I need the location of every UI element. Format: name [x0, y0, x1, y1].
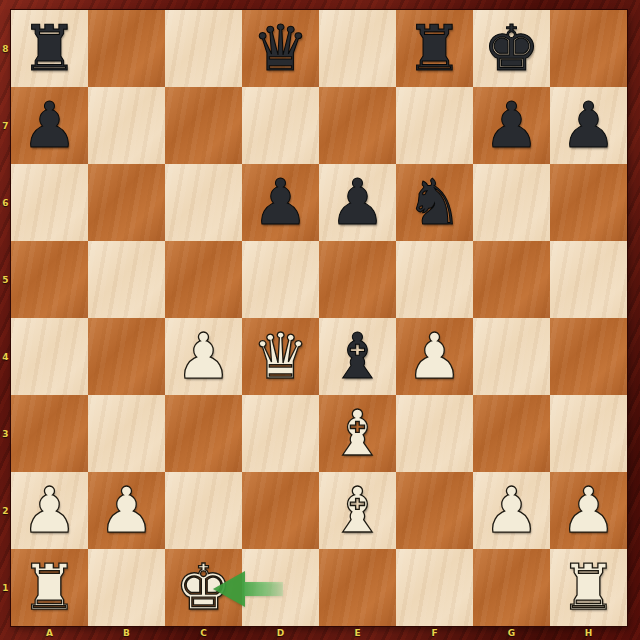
- square-h1[interactable]: ♜: [550, 549, 627, 626]
- piece-white-pawn[interactable]: ♟: [560, 479, 616, 542]
- file-label-c: C: [165, 626, 242, 640]
- rank-label-4: 4: [0, 318, 11, 395]
- square-e5[interactable]: [319, 241, 396, 318]
- piece-white-pawn[interactable]: ♟: [21, 479, 77, 542]
- square-h5[interactable]: [550, 241, 627, 318]
- square-a6[interactable]: [11, 164, 88, 241]
- square-a1[interactable]: ♜: [11, 549, 88, 626]
- file-label-e: E: [319, 626, 396, 640]
- file-label-g: G: [473, 626, 550, 640]
- piece-white-bishop[interactable]: ♝: [329, 402, 385, 465]
- square-b5[interactable]: [88, 241, 165, 318]
- piece-black-knight[interactable]: ♞: [406, 171, 462, 234]
- square-e1[interactable]: [319, 549, 396, 626]
- piece-white-king[interactable]: ♚: [175, 556, 231, 619]
- square-h2[interactable]: ♟: [550, 472, 627, 549]
- square-c8[interactable]: [165, 10, 242, 87]
- rank-label-6: 6: [0, 164, 11, 241]
- piece-black-queen[interactable]: ♛: [252, 17, 308, 80]
- square-b6[interactable]: [88, 164, 165, 241]
- square-g1[interactable]: [473, 549, 550, 626]
- piece-black-rook[interactable]: ♜: [406, 17, 462, 80]
- chess-app: 87654321 ABCDEFGH ♜♛♜♚♟♟♟♟♟♞♟♛♝♟♝♟♟♝♟♟♜♚…: [0, 0, 640, 640]
- file-label-a: A: [11, 626, 88, 640]
- square-d2[interactable]: [242, 472, 319, 549]
- square-e2[interactable]: ♝: [319, 472, 396, 549]
- square-g2[interactable]: ♟: [473, 472, 550, 549]
- square-a4[interactable]: [11, 318, 88, 395]
- square-b2[interactable]: ♟: [88, 472, 165, 549]
- square-d3[interactable]: [242, 395, 319, 472]
- square-f2[interactable]: [396, 472, 473, 549]
- square-a8[interactable]: ♜: [11, 10, 88, 87]
- rank-label-8: 8: [0, 10, 11, 87]
- file-label-d: D: [242, 626, 319, 640]
- square-g5[interactable]: [473, 241, 550, 318]
- file-label-h: H: [550, 626, 627, 640]
- square-d5[interactable]: [242, 241, 319, 318]
- rank-label-1: 1: [0, 549, 11, 626]
- square-e7[interactable]: [319, 87, 396, 164]
- square-a3[interactable]: [11, 395, 88, 472]
- piece-white-pawn[interactable]: ♟: [483, 479, 539, 542]
- square-d1[interactable]: [242, 549, 319, 626]
- piece-black-pawn[interactable]: ♟: [560, 94, 616, 157]
- square-b4[interactable]: [88, 318, 165, 395]
- square-c1[interactable]: ♚: [165, 549, 242, 626]
- piece-black-bishop[interactable]: ♝: [329, 325, 385, 388]
- piece-white-pawn[interactable]: ♟: [98, 479, 154, 542]
- square-h8[interactable]: [550, 10, 627, 87]
- square-b8[interactable]: [88, 10, 165, 87]
- square-d7[interactable]: [242, 87, 319, 164]
- square-c7[interactable]: [165, 87, 242, 164]
- square-e8[interactable]: [319, 10, 396, 87]
- square-g6[interactable]: [473, 164, 550, 241]
- square-e4[interactable]: ♝: [319, 318, 396, 395]
- piece-white-bishop[interactable]: ♝: [329, 479, 385, 542]
- square-a5[interactable]: [11, 241, 88, 318]
- file-label-b: B: [88, 626, 165, 640]
- square-g7[interactable]: ♟: [473, 87, 550, 164]
- square-g3[interactable]: [473, 395, 550, 472]
- piece-black-pawn[interactable]: ♟: [252, 171, 308, 234]
- square-b3[interactable]: [88, 395, 165, 472]
- square-h6[interactable]: [550, 164, 627, 241]
- square-e3[interactable]: ♝: [319, 395, 396, 472]
- square-a2[interactable]: ♟: [11, 472, 88, 549]
- piece-white-rook[interactable]: ♜: [560, 556, 616, 619]
- square-b1[interactable]: [88, 549, 165, 626]
- square-c4[interactable]: ♟: [165, 318, 242, 395]
- square-f5[interactable]: [396, 241, 473, 318]
- piece-black-rook[interactable]: ♜: [21, 17, 77, 80]
- rank-label-2: 2: [0, 472, 11, 549]
- rank-label-3: 3: [0, 395, 11, 472]
- chess-board: ♜♛♜♚♟♟♟♟♟♞♟♛♝♟♝♟♟♝♟♟♜♚♜: [11, 10, 627, 626]
- square-f8[interactable]: ♜: [396, 10, 473, 87]
- piece-white-queen[interactable]: ♛: [252, 325, 308, 388]
- square-f3[interactable]: [396, 395, 473, 472]
- file-label-f: F: [396, 626, 473, 640]
- square-e6[interactable]: ♟: [319, 164, 396, 241]
- piece-white-pawn[interactable]: ♟: [175, 325, 231, 388]
- square-d4[interactable]: ♛: [242, 318, 319, 395]
- piece-black-pawn[interactable]: ♟: [329, 171, 385, 234]
- square-f1[interactable]: [396, 549, 473, 626]
- square-c6[interactable]: [165, 164, 242, 241]
- square-f7[interactable]: [396, 87, 473, 164]
- rank-coordinates: 87654321: [0, 10, 11, 626]
- square-f6[interactable]: ♞: [396, 164, 473, 241]
- square-h4[interactable]: [550, 318, 627, 395]
- square-d8[interactable]: ♛: [242, 10, 319, 87]
- square-c5[interactable]: [165, 241, 242, 318]
- square-a7[interactable]: ♟: [11, 87, 88, 164]
- square-g4[interactable]: [473, 318, 550, 395]
- piece-black-king[interactable]: ♚: [483, 17, 539, 80]
- square-c3[interactable]: [165, 395, 242, 472]
- square-h3[interactable]: [550, 395, 627, 472]
- square-b7[interactable]: [88, 87, 165, 164]
- piece-black-pawn[interactable]: ♟: [21, 94, 77, 157]
- piece-black-pawn[interactable]: ♟: [483, 94, 539, 157]
- board-grid: ♜♛♜♚♟♟♟♟♟♞♟♛♝♟♝♟♟♝♟♟♜♚♜: [11, 10, 627, 626]
- piece-white-rook[interactable]: ♜: [21, 556, 77, 619]
- rank-label-5: 5: [0, 241, 11, 318]
- file-coordinates: ABCDEFGH: [11, 626, 627, 640]
- piece-white-pawn[interactable]: ♟: [406, 325, 462, 388]
- square-d6[interactable]: ♟: [242, 164, 319, 241]
- rank-label-7: 7: [0, 87, 11, 164]
- square-g8[interactable]: ♚: [473, 10, 550, 87]
- square-h7[interactable]: ♟: [550, 87, 627, 164]
- square-f4[interactable]: ♟: [396, 318, 473, 395]
- square-c2[interactable]: [165, 472, 242, 549]
